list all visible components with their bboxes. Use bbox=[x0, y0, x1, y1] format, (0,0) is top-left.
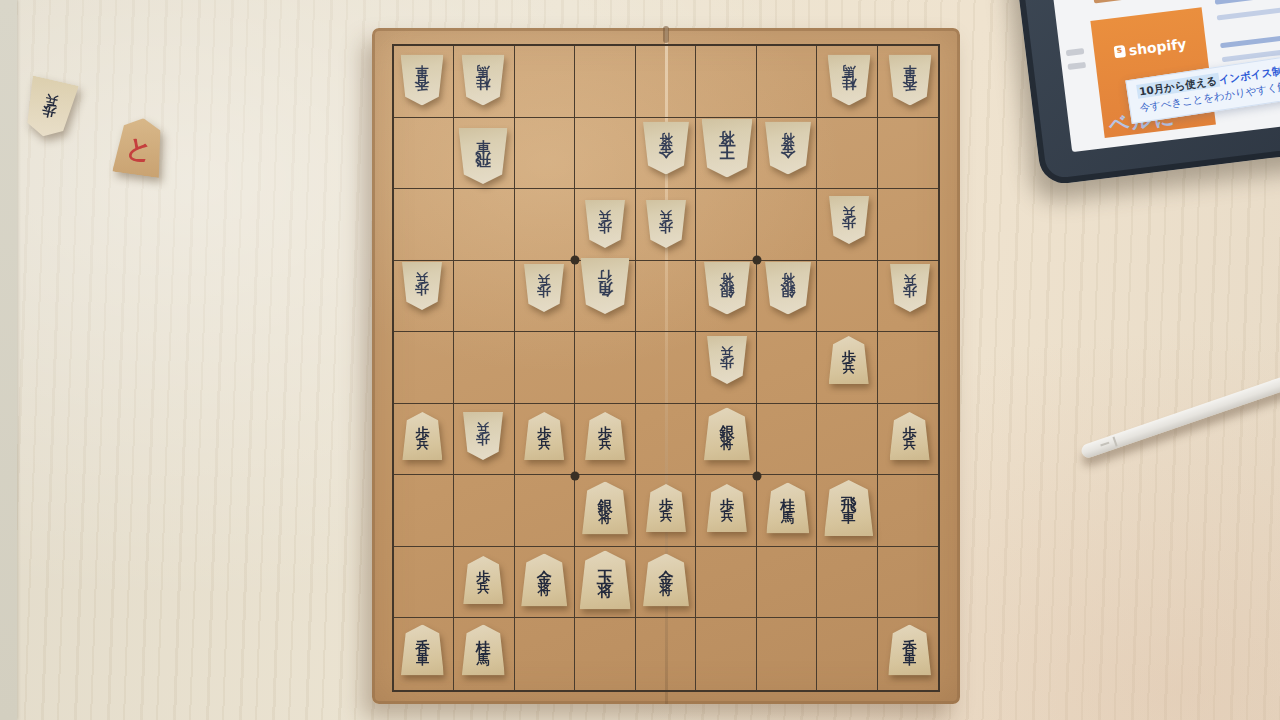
koma-kanji: 馬 bbox=[781, 511, 794, 523]
hoshi-dot bbox=[570, 472, 579, 481]
koma-kanji: 将 bbox=[660, 583, 673, 595]
koma-body: 角行 bbox=[581, 258, 630, 314]
koma-sente-lance[interactable]: 香車 bbox=[888, 625, 931, 676]
koma-gote-lance[interactable]: 香車 bbox=[888, 54, 931, 105]
desk-edge-strip bbox=[0, 0, 17, 720]
koma-kanji: 兵 bbox=[538, 273, 550, 284]
koma-kanji: 兵 bbox=[721, 511, 733, 522]
koma-body: 歩兵 bbox=[646, 484, 686, 532]
link-bar bbox=[1215, 0, 1280, 5]
koma-sente-pawn[interactable]: 歩兵 bbox=[463, 556, 503, 604]
koma-kanji: 将 bbox=[720, 272, 733, 284]
koma-body: 歩兵 bbox=[463, 412, 503, 460]
koma-kanji: 馬 bbox=[477, 64, 490, 76]
koma-kanji: 馬 bbox=[477, 653, 490, 665]
shogi-board: 香車桂馬桂馬香車飛車金将王将金将歩兵歩兵歩兵歩兵歩兵角行銀将銀将歩兵歩兵歩兵歩兵… bbox=[372, 28, 960, 704]
koma-gote-pawn[interactable]: 歩兵 bbox=[463, 412, 503, 460]
koma-gote-lance[interactable]: 香車 bbox=[401, 54, 444, 105]
koma-kanji: 将 bbox=[719, 130, 734, 144]
koma-gote-pawn[interactable]: 歩兵 bbox=[646, 200, 686, 248]
koma-body: 銀将 bbox=[765, 262, 811, 315]
koma-gote-pawn[interactable]: 歩兵 bbox=[707, 336, 747, 384]
koma-kanji: 将 bbox=[781, 132, 794, 144]
koma-kanji: 兵 bbox=[44, 93, 58, 107]
koma-kanji: 将 bbox=[599, 511, 612, 523]
koma-body: 銀将 bbox=[704, 262, 750, 315]
koma-kanji: 車 bbox=[476, 139, 490, 152]
stylus bbox=[1080, 368, 1280, 459]
captured-pawn[interactable]: 歩 兵 bbox=[26, 80, 73, 137]
koma-kanji: 兵 bbox=[660, 209, 672, 220]
koma-body: 桂馬 bbox=[462, 54, 505, 105]
koma-sente-rook[interactable]: 飛車 bbox=[824, 480, 873, 536]
koma-body: 歩兵 bbox=[463, 556, 503, 604]
koma-sente-gold[interactable]: 金将 bbox=[643, 554, 689, 607]
sidebar-chip bbox=[1067, 62, 1086, 70]
koma-kanji: 兵 bbox=[416, 439, 428, 450]
koma-body: 歩兵 bbox=[524, 412, 564, 460]
koma-kanji: 兵 bbox=[843, 205, 855, 216]
koma-body: 歩兵 bbox=[524, 264, 564, 312]
koma-kanji: 将 bbox=[538, 583, 551, 595]
koma-kanji: 兵 bbox=[599, 439, 611, 450]
shopify-bag-icon bbox=[1113, 45, 1125, 58]
captured-tokin-body: と bbox=[112, 115, 166, 178]
koma-gote-knight[interactable]: 桂馬 bbox=[827, 54, 870, 105]
koma-body: 金将 bbox=[521, 554, 567, 607]
koma-sente-knight[interactable]: 桂馬 bbox=[462, 625, 505, 676]
koma-body: 銀将 bbox=[582, 482, 628, 535]
hoshi-dot bbox=[753, 472, 762, 481]
koma-sente-silver[interactable]: 銀将 bbox=[704, 408, 750, 461]
koma-sente-pawn[interactable]: 歩兵 bbox=[890, 412, 930, 460]
hoshi-dot bbox=[753, 255, 762, 264]
koma-sente-pawn[interactable]: 歩兵 bbox=[829, 336, 869, 384]
koma-gote-pawn[interactable]: 歩兵 bbox=[829, 196, 869, 244]
koma-kanji: 兵 bbox=[660, 511, 672, 522]
koma-sente-pawn[interactable]: 歩兵 bbox=[524, 412, 564, 460]
koma-kanji: 車 bbox=[903, 653, 916, 665]
shopify-wordmark: shopify bbox=[1128, 36, 1187, 59]
koma-body: 金将 bbox=[643, 122, 689, 175]
koma-kanji: 車 bbox=[842, 511, 856, 524]
koma-body: 歩兵 bbox=[890, 264, 930, 312]
captured-pawn-body: 歩 兵 bbox=[20, 75, 79, 141]
koma-kanji: 車 bbox=[416, 64, 429, 76]
koma-kanji: 兵 bbox=[416, 271, 428, 282]
koma-body: 香車 bbox=[888, 625, 931, 676]
koma-sente-pawn[interactable]: 歩兵 bbox=[585, 412, 625, 460]
koma-kanji: 兵 bbox=[843, 363, 855, 374]
koma-body: 金将 bbox=[765, 122, 811, 175]
hoshi-dot bbox=[570, 255, 579, 264]
koma-kanji: 兵 bbox=[721, 345, 733, 356]
koma-gote-knight[interactable]: 桂馬 bbox=[462, 54, 505, 105]
koma-sente-knight[interactable]: 桂馬 bbox=[766, 483, 809, 534]
stylus-seam bbox=[1113, 437, 1118, 447]
koma-kanji: 車 bbox=[416, 653, 429, 665]
koma-gote-bishop[interactable]: 角行 bbox=[581, 258, 630, 314]
koma-kanji: 兵 bbox=[477, 583, 489, 594]
koma-body: 歩兵 bbox=[829, 196, 869, 244]
koma-gote-pawn[interactable]: 歩兵 bbox=[402, 262, 442, 310]
tablet: 解説 shopify ベルに 10月から使えるインボイス制度 今すべきことをわか… bbox=[1012, 0, 1280, 186]
koma-kanji: 兵 bbox=[538, 439, 550, 450]
koma-gote-gold[interactable]: 金将 bbox=[765, 122, 811, 175]
koma-kanji: 将 bbox=[720, 437, 733, 449]
shopify-logo: shopify bbox=[1113, 36, 1187, 61]
koma-kanji: 馬 bbox=[842, 64, 855, 76]
koma-body: 歩兵 bbox=[402, 412, 442, 460]
stylus-mark bbox=[1100, 442, 1109, 446]
koma-gote-pawn[interactable]: 歩兵 bbox=[524, 264, 564, 312]
tablet-screen: 解説 shopify ベルに 10月から使えるインボイス制度 今すべきことをわか… bbox=[1050, 0, 1280, 152]
koma-body: 歩兵 bbox=[707, 336, 747, 384]
tokin-kanji: と bbox=[124, 135, 154, 163]
koma-body: 歩兵 bbox=[707, 484, 747, 532]
sidebar-chip bbox=[1066, 48, 1085, 56]
koma-kanji: 兵 bbox=[477, 421, 489, 432]
koma-kanji: 将 bbox=[598, 583, 613, 597]
koma-kanji: 兵 bbox=[904, 273, 916, 284]
desk-surface: 香車桂馬桂馬香車飛車金将王将金将歩兵歩兵歩兵歩兵歩兵角行銀将銀将歩兵歩兵歩兵歩兵… bbox=[0, 0, 1280, 720]
koma-body: 飛車 bbox=[459, 128, 508, 184]
koma-body: 歩兵 bbox=[829, 336, 869, 384]
koma-body: 王将 bbox=[701, 119, 752, 178]
koma-gote-king[interactable]: 王将 bbox=[701, 119, 752, 178]
koma-kanji: 将 bbox=[660, 132, 673, 144]
koma-gote-pawn[interactable]: 歩兵 bbox=[585, 200, 625, 248]
koma-body: 香車 bbox=[401, 625, 444, 676]
fold-notch bbox=[663, 26, 669, 43]
koma-sente-lance[interactable]: 香車 bbox=[401, 625, 444, 676]
koma-gote-gold[interactable]: 金将 bbox=[643, 122, 689, 175]
koma-kanji: 兵 bbox=[904, 439, 916, 450]
koma-body: 香車 bbox=[888, 54, 931, 105]
koma-body: 歩兵 bbox=[646, 200, 686, 248]
koma-sente-pawn[interactable]: 歩兵 bbox=[402, 412, 442, 460]
koma-body: 歩兵 bbox=[585, 412, 625, 460]
koma-sente-pawn[interactable]: 歩兵 bbox=[707, 484, 747, 532]
koma-gote-rook[interactable]: 飛車 bbox=[459, 128, 508, 184]
koma-body: 桂馬 bbox=[827, 54, 870, 105]
breadcrumb-bar bbox=[1094, 0, 1150, 3]
koma-sente-pawn[interactable]: 歩兵 bbox=[646, 484, 686, 532]
koma-body: 桂馬 bbox=[766, 483, 809, 534]
koma-sente-silver[interactable]: 銀将 bbox=[582, 482, 628, 535]
koma-body: 飛車 bbox=[824, 480, 873, 536]
koma-kanji: 車 bbox=[903, 64, 916, 76]
koma-body: 歩兵 bbox=[890, 412, 930, 460]
koma-kanji: 兵 bbox=[599, 209, 611, 220]
koma-gote-silver[interactable]: 銀将 bbox=[704, 262, 750, 315]
koma-body: 歩兵 bbox=[402, 262, 442, 310]
koma-body: 香車 bbox=[401, 54, 444, 105]
koma-body: 歩兵 bbox=[585, 200, 625, 248]
koma-body: 金将 bbox=[643, 554, 689, 607]
koma-body: 桂馬 bbox=[462, 625, 505, 676]
koma-sente-king[interactable]: 玉将 bbox=[580, 551, 631, 610]
koma-sente-gold[interactable]: 金将 bbox=[521, 554, 567, 607]
koma-gote-pawn[interactable]: 歩兵 bbox=[890, 264, 930, 312]
koma-gote-silver[interactable]: 銀将 bbox=[765, 262, 811, 315]
koma-layer: 香車桂馬桂馬香車飛車金将王将金将歩兵歩兵歩兵歩兵歩兵角行銀将銀将歩兵歩兵歩兵歩兵… bbox=[392, 44, 940, 692]
koma-kanji: 行 bbox=[598, 269, 612, 282]
koma-body: 銀将 bbox=[704, 408, 750, 461]
link-bar bbox=[1217, 6, 1280, 21]
koma-kanji: 将 bbox=[781, 272, 794, 284]
link-bar bbox=[1220, 32, 1280, 48]
captured-tokin[interactable]: と bbox=[116, 118, 163, 175]
koma-body: 玉将 bbox=[580, 551, 631, 610]
